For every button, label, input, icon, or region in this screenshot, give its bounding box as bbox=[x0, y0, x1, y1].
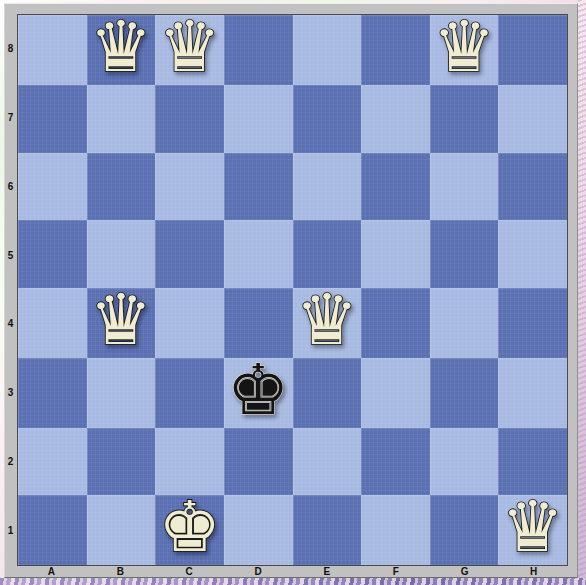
rank-label: 5 bbox=[4, 221, 17, 290]
square-c3[interactable] bbox=[155, 358, 224, 428]
square-e1[interactable] bbox=[293, 495, 362, 565]
square-e4[interactable]: ♛ bbox=[293, 288, 362, 358]
square-h1[interactable]: ♛ bbox=[498, 495, 567, 565]
square-h7[interactable] bbox=[498, 85, 567, 153]
square-h2[interactable] bbox=[498, 428, 567, 496]
square-c4[interactable] bbox=[155, 288, 224, 358]
square-a3[interactable] bbox=[18, 358, 87, 428]
file-labels: ABCDEFGH bbox=[17, 565, 568, 578]
white-queen[interactable]: ♛ bbox=[295, 285, 358, 355]
white-queen[interactable]: ♛ bbox=[90, 285, 153, 355]
square-c2[interactable] bbox=[155, 428, 224, 496]
square-g1[interactable] bbox=[430, 495, 499, 565]
square-b4[interactable]: ♛ bbox=[87, 288, 156, 358]
square-f6[interactable] bbox=[361, 153, 430, 221]
square-d5[interactable] bbox=[224, 220, 293, 288]
square-h4[interactable] bbox=[498, 288, 567, 358]
chess-board: ♛♛♛♛♛♚♚♛ bbox=[17, 14, 568, 566]
file-label: A bbox=[17, 565, 86, 578]
square-g5[interactable] bbox=[430, 220, 499, 288]
rank-label: 1 bbox=[4, 496, 17, 565]
square-a5[interactable] bbox=[18, 220, 87, 288]
square-f5[interactable] bbox=[361, 220, 430, 288]
rank-label: 2 bbox=[4, 427, 17, 496]
desktop-background-bottom bbox=[0, 578, 586, 585]
square-d4[interactable] bbox=[224, 288, 293, 358]
file-label: D bbox=[224, 565, 293, 578]
square-c6[interactable] bbox=[155, 153, 224, 221]
square-e2[interactable] bbox=[293, 428, 362, 496]
square-c1[interactable]: ♚ bbox=[155, 495, 224, 565]
desktop-background-right bbox=[578, 0, 586, 585]
square-b6[interactable] bbox=[87, 153, 156, 221]
square-c7[interactable] bbox=[155, 85, 224, 153]
square-e6[interactable] bbox=[293, 153, 362, 221]
white-queen[interactable]: ♛ bbox=[433, 12, 496, 82]
file-label: E bbox=[293, 565, 362, 578]
square-f4[interactable] bbox=[361, 288, 430, 358]
white-queen[interactable]: ♛ bbox=[158, 12, 221, 82]
square-a8[interactable] bbox=[18, 15, 87, 85]
square-a1[interactable] bbox=[18, 495, 87, 565]
square-d8[interactable] bbox=[224, 15, 293, 85]
square-d1[interactable] bbox=[224, 495, 293, 565]
square-e5[interactable] bbox=[293, 220, 362, 288]
square-e8[interactable] bbox=[293, 15, 362, 85]
square-f1[interactable] bbox=[361, 495, 430, 565]
square-h5[interactable] bbox=[498, 220, 567, 288]
rank-label: 3 bbox=[4, 358, 17, 427]
black-king[interactable]: ♚ bbox=[227, 355, 290, 425]
square-f2[interactable] bbox=[361, 428, 430, 496]
square-g2[interactable] bbox=[430, 428, 499, 496]
square-g6[interactable] bbox=[430, 153, 499, 221]
square-g8[interactable]: ♛ bbox=[430, 15, 499, 85]
square-h8[interactable] bbox=[498, 15, 567, 85]
square-b8[interactable]: ♛ bbox=[87, 15, 156, 85]
white-queen[interactable]: ♛ bbox=[90, 12, 153, 82]
rank-label: 8 bbox=[4, 14, 17, 83]
file-label: G bbox=[430, 565, 499, 578]
white-queen[interactable]: ♛ bbox=[501, 492, 564, 562]
square-b7[interactable] bbox=[87, 85, 156, 153]
square-a6[interactable] bbox=[18, 153, 87, 221]
square-g4[interactable] bbox=[430, 288, 499, 358]
square-e7[interactable] bbox=[293, 85, 362, 153]
rank-labels: 87654321 bbox=[4, 14, 17, 565]
square-f7[interactable] bbox=[361, 85, 430, 153]
rank-label: 6 bbox=[4, 152, 17, 221]
square-c8[interactable]: ♛ bbox=[155, 15, 224, 85]
square-a2[interactable] bbox=[18, 428, 87, 496]
square-b2[interactable] bbox=[87, 428, 156, 496]
square-a4[interactable] bbox=[18, 288, 87, 358]
square-a7[interactable] bbox=[18, 85, 87, 153]
rank-label: 7 bbox=[4, 83, 17, 152]
square-d3[interactable]: ♚ bbox=[224, 358, 293, 428]
square-f8[interactable] bbox=[361, 15, 430, 85]
square-b1[interactable] bbox=[87, 495, 156, 565]
square-f3[interactable] bbox=[361, 358, 430, 428]
square-d7[interactable] bbox=[224, 85, 293, 153]
square-e3[interactable] bbox=[293, 358, 362, 428]
square-g7[interactable] bbox=[430, 85, 499, 153]
file-label: F bbox=[361, 565, 430, 578]
chess-app-window: 87654321 ABCDEFGH ♛♛♛♛♛♚♚♛ bbox=[0, 0, 586, 585]
square-b3[interactable] bbox=[87, 358, 156, 428]
square-g3[interactable] bbox=[430, 358, 499, 428]
square-h6[interactable] bbox=[498, 153, 567, 221]
file-label: B bbox=[86, 565, 155, 578]
white-king[interactable]: ♚ bbox=[158, 492, 221, 562]
square-d2[interactable] bbox=[224, 428, 293, 496]
rank-label: 4 bbox=[4, 290, 17, 359]
square-b5[interactable] bbox=[87, 220, 156, 288]
square-h3[interactable] bbox=[498, 358, 567, 428]
square-c5[interactable] bbox=[155, 220, 224, 288]
square-d6[interactable] bbox=[224, 153, 293, 221]
